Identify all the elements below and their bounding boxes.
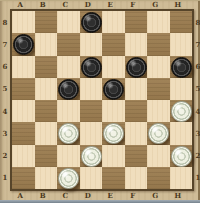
checker-piece-black[interactable]: ⛂ — [81, 12, 102, 33]
rank-label-4-right: 4 — [193, 100, 200, 122]
rank-label-5-right: 5 — [193, 78, 200, 100]
checker-piece-white[interactable]: ⛀ — [148, 123, 169, 144]
square-h5[interactable] — [170, 78, 193, 100]
checker-piece-black[interactable]: ⛂ — [81, 57, 102, 78]
rank-label-7-left: 7 — [0, 33, 10, 55]
square-e6[interactable] — [102, 56, 125, 78]
checker-piece-white[interactable]: ⛀ — [103, 123, 124, 144]
square-f2[interactable] — [125, 145, 148, 167]
square-c8[interactable] — [57, 11, 80, 33]
square-f3[interactable] — [125, 122, 148, 144]
checker-piece-black[interactable]: ⛂ — [58, 79, 79, 100]
window-bottom-edge — [0, 200, 200, 203]
square-b8[interactable] — [35, 11, 58, 33]
rank-label-3-left: 3 — [0, 122, 10, 144]
square-d5[interactable] — [80, 78, 103, 100]
rank-label-5-left: 5 — [0, 78, 10, 100]
square-g4[interactable] — [147, 100, 170, 122]
square-c2[interactable] — [57, 145, 80, 167]
checker-piece-white[interactable]: ⛀ — [171, 101, 192, 122]
square-g5[interactable] — [147, 78, 170, 100]
checker-piece-white[interactable]: ⛀ — [171, 146, 192, 167]
square-e3[interactable]: ⛀ — [102, 122, 125, 144]
square-c1[interactable]: ⛀ — [57, 167, 80, 189]
square-b3[interactable] — [35, 122, 58, 144]
square-b6[interactable] — [35, 56, 58, 78]
square-d8[interactable]: ⛂ — [80, 11, 103, 33]
square-h8[interactable] — [170, 11, 193, 33]
rank-labels-right: 87654321 — [193, 11, 200, 189]
square-h7[interactable] — [170, 33, 193, 55]
rank-label-6-right: 6 — [193, 56, 200, 78]
checkers-app: ABCDEFGH ABCDEFGH 87654321 87654321 ⛂⛂⛂⛂… — [0, 0, 200, 203]
rank-label-2-left: 2 — [0, 145, 10, 167]
square-d7[interactable] — [80, 33, 103, 55]
square-f1[interactable] — [125, 167, 148, 189]
square-a8[interactable] — [12, 11, 35, 33]
square-d6[interactable]: ⛂ — [80, 56, 103, 78]
rank-label-4-left: 4 — [0, 100, 10, 122]
square-e1[interactable] — [102, 167, 125, 189]
square-h3[interactable] — [170, 122, 193, 144]
square-d3[interactable] — [80, 122, 103, 144]
square-f5[interactable] — [125, 78, 148, 100]
checker-piece-white[interactable]: ⛀ — [58, 168, 79, 189]
square-a2[interactable] — [12, 145, 35, 167]
rank-label-1-right: 1 — [193, 167, 200, 189]
square-b1[interactable] — [35, 167, 58, 189]
square-h2[interactable]: ⛀ — [170, 145, 193, 167]
square-e8[interactable] — [102, 11, 125, 33]
square-e5[interactable]: ⛂ — [102, 78, 125, 100]
square-f7[interactable] — [125, 33, 148, 55]
square-b4[interactable] — [35, 100, 58, 122]
checker-piece-black[interactable]: ⛂ — [171, 57, 192, 78]
square-c4[interactable] — [57, 100, 80, 122]
square-b5[interactable] — [35, 78, 58, 100]
square-g1[interactable] — [147, 167, 170, 189]
square-d2[interactable]: ⛀ — [80, 145, 103, 167]
checker-piece-black[interactable]: ⛂ — [126, 57, 147, 78]
square-g3[interactable]: ⛀ — [147, 122, 170, 144]
square-a1[interactable] — [12, 167, 35, 189]
square-a6[interactable] — [12, 56, 35, 78]
square-a7[interactable]: ⛂ — [12, 33, 35, 55]
rank-labels-left: 87654321 — [0, 11, 10, 189]
rank-label-8-right: 8 — [193, 11, 200, 33]
square-d4[interactable] — [80, 100, 103, 122]
square-b7[interactable] — [35, 33, 58, 55]
checker-piece-white[interactable]: ⛀ — [81, 146, 102, 167]
square-a3[interactable] — [12, 122, 35, 144]
square-f4[interactable] — [125, 100, 148, 122]
rank-label-3-right: 3 — [193, 122, 200, 144]
checkers-board: ⛂⛂⛂⛂⛂⛂⛂⛀⛀⛀⛀⛀⛀⛀ — [10, 9, 194, 191]
square-c6[interactable] — [57, 56, 80, 78]
square-h4[interactable]: ⛀ — [170, 100, 193, 122]
square-c3[interactable]: ⛀ — [57, 122, 80, 144]
square-c5[interactable]: ⛂ — [57, 78, 80, 100]
square-f6[interactable]: ⛂ — [125, 56, 148, 78]
square-g6[interactable] — [147, 56, 170, 78]
square-b2[interactable] — [35, 145, 58, 167]
rank-label-6-left: 6 — [0, 56, 10, 78]
square-g7[interactable] — [147, 33, 170, 55]
square-g8[interactable] — [147, 11, 170, 33]
checker-piece-black[interactable]: ⛂ — [103, 79, 124, 100]
checker-piece-white[interactable]: ⛀ — [58, 123, 79, 144]
square-e2[interactable] — [102, 145, 125, 167]
square-a5[interactable] — [12, 78, 35, 100]
rank-label-8-left: 8 — [0, 11, 10, 33]
square-d1[interactable] — [80, 167, 103, 189]
rank-label-1-left: 1 — [0, 167, 10, 189]
square-e7[interactable] — [102, 33, 125, 55]
square-c7[interactable] — [57, 33, 80, 55]
square-h1[interactable] — [170, 167, 193, 189]
square-a4[interactable] — [12, 100, 35, 122]
rank-label-7-right: 7 — [193, 33, 200, 55]
square-h6[interactable]: ⛂ — [170, 56, 193, 78]
rank-label-2-right: 2 — [193, 145, 200, 167]
checker-piece-black[interactable]: ⛂ — [13, 34, 34, 55]
square-f8[interactable] — [125, 11, 148, 33]
square-g2[interactable] — [147, 145, 170, 167]
square-e4[interactable] — [102, 100, 125, 122]
